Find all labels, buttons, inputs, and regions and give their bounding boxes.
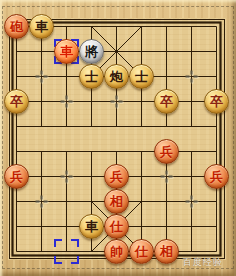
- piece-glyph: 卒: [210, 95, 223, 108]
- piece-glyph: 仕: [135, 245, 148, 258]
- piece-glyph: 兵: [210, 170, 223, 183]
- piece-glyph: 仕: [110, 220, 123, 233]
- piece-black-soldier[interactable]: 卒: [154, 89, 179, 114]
- piece-black-chariot[interactable]: 車: [29, 14, 54, 39]
- piece-glyph: 車: [85, 220, 98, 233]
- piece-red-advisor[interactable]: 仕: [129, 239, 154, 264]
- piece-red-general[interactable]: 帥: [104, 239, 129, 264]
- piece-glyph: 相: [160, 245, 173, 258]
- piece-glyph: 車: [35, 20, 48, 33]
- piece-black-chariot[interactable]: 車: [79, 214, 104, 239]
- piece-glyph: 卒: [10, 95, 23, 108]
- piece-red-advisor[interactable]: 仕: [104, 214, 129, 239]
- piece-red-soldier[interactable]: 兵: [4, 164, 29, 189]
- piece-glyph: 卒: [160, 95, 173, 108]
- piece-black-general[interactable]: 將: [79, 39, 104, 64]
- piece-black-advisor[interactable]: 士: [129, 64, 154, 89]
- piece-glyph: 帥: [110, 245, 123, 258]
- piece-red-cannon[interactable]: 砲: [4, 14, 29, 39]
- piece-glyph: 炮: [110, 70, 123, 83]
- piece-red-soldier[interactable]: 兵: [154, 139, 179, 164]
- piece-glyph: 士: [85, 70, 98, 83]
- piece-glyph: 兵: [110, 170, 123, 183]
- piece-glyph: 兵: [160, 145, 173, 158]
- last-move-marker-from: [54, 239, 79, 264]
- piece-black-soldier[interactable]: 卒: [204, 89, 229, 114]
- pieces-layer[interactable]: 砲車車將士炮士卒卒卒兵兵兵兵相仕車帥仕相: [4, 14, 229, 264]
- piece-black-soldier[interactable]: 卒: [4, 89, 29, 114]
- xiangqi-board: 砲車車將士炮士卒卒卒兵兵兵兵相仕車帥仕相 百度经验: [0, 0, 236, 276]
- piece-glyph: 砲: [10, 20, 23, 33]
- piece-glyph: 士: [135, 70, 148, 83]
- piece-red-soldier[interactable]: 兵: [204, 164, 229, 189]
- piece-red-elephant[interactable]: 相: [154, 239, 179, 264]
- piece-glyph: 將: [85, 45, 98, 58]
- piece-black-advisor[interactable]: 士: [79, 64, 104, 89]
- piece-red-elephant[interactable]: 相: [104, 189, 129, 214]
- piece-black-cannon[interactable]: 炮: [104, 64, 129, 89]
- piece-red-soldier[interactable]: 兵: [104, 164, 129, 189]
- piece-glyph: 相: [110, 195, 123, 208]
- piece-red-chariot[interactable]: 車: [54, 39, 79, 64]
- piece-glyph: 車: [60, 45, 73, 58]
- piece-glyph: 兵: [10, 170, 23, 183]
